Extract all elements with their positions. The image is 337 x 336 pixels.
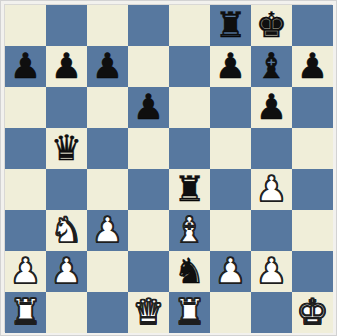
square-g5[interactable] [251, 128, 292, 169]
square-d4[interactable] [128, 169, 169, 210]
square-e2[interactable]: ♞ [169, 251, 210, 292]
square-c7[interactable]: ♟ [87, 46, 128, 87]
square-g3[interactable] [251, 210, 292, 251]
square-b6[interactable] [46, 87, 87, 128]
piece-black-pawn[interactable]: ♟ [215, 46, 246, 87]
square-h4[interactable] [292, 169, 333, 210]
piece-white-pawn[interactable]: ♟ [215, 251, 246, 292]
piece-white-knight[interactable]: ♞ [51, 210, 82, 251]
square-g4[interactable]: ♟ [251, 169, 292, 210]
square-g1[interactable] [251, 292, 292, 333]
square-h1[interactable]: ♚ [292, 292, 333, 333]
piece-black-pawn[interactable]: ♟ [51, 46, 82, 87]
piece-white-pawn[interactable]: ♟ [51, 251, 82, 292]
square-h7[interactable]: ♟ [292, 46, 333, 87]
piece-white-king[interactable]: ♚ [297, 292, 328, 333]
square-a6[interactable] [5, 87, 46, 128]
piece-white-pawn[interactable]: ♟ [10, 251, 41, 292]
piece-white-pawn[interactable]: ♟ [92, 210, 123, 251]
square-f6[interactable] [210, 87, 251, 128]
square-f8[interactable]: ♜ [210, 5, 251, 46]
square-b4[interactable] [46, 169, 87, 210]
piece-black-pawn[interactable]: ♟ [10, 46, 41, 87]
square-g2[interactable]: ♟ [251, 251, 292, 292]
square-b7[interactable]: ♟ [46, 46, 87, 87]
square-a5[interactable] [5, 128, 46, 169]
square-h5[interactable] [292, 128, 333, 169]
square-e5[interactable] [169, 128, 210, 169]
piece-white-rook[interactable]: ♜ [10, 292, 41, 333]
square-h2[interactable] [292, 251, 333, 292]
square-e3[interactable]: ♝ [169, 210, 210, 251]
square-g7[interactable]: ♝ [251, 46, 292, 87]
square-e1[interactable]: ♜ [169, 292, 210, 333]
square-a4[interactable] [5, 169, 46, 210]
piece-white-pawn[interactable]: ♟ [256, 169, 287, 210]
square-f7[interactable]: ♟ [210, 46, 251, 87]
piece-black-rook[interactable]: ♜ [174, 169, 205, 210]
square-b8[interactable] [46, 5, 87, 46]
piece-black-king[interactable]: ♚ [256, 5, 287, 46]
square-g8[interactable]: ♚ [251, 5, 292, 46]
square-e8[interactable] [169, 5, 210, 46]
piece-black-pawn[interactable]: ♟ [297, 46, 328, 87]
square-d2[interactable] [128, 251, 169, 292]
square-c5[interactable] [87, 128, 128, 169]
square-e6[interactable] [169, 87, 210, 128]
square-d7[interactable] [128, 46, 169, 87]
square-a7[interactable]: ♟ [5, 46, 46, 87]
piece-black-pawn[interactable]: ♟ [92, 46, 123, 87]
piece-black-rook[interactable]: ♜ [215, 5, 246, 46]
square-b1[interactable] [46, 292, 87, 333]
square-c1[interactable] [87, 292, 128, 333]
square-b5[interactable]: ♛ [46, 128, 87, 169]
square-c2[interactable] [87, 251, 128, 292]
piece-black-knight[interactable]: ♞ [174, 251, 205, 292]
square-h8[interactable] [292, 5, 333, 46]
square-f5[interactable] [210, 128, 251, 169]
piece-white-queen[interactable]: ♛ [133, 292, 164, 333]
square-c3[interactable]: ♟ [87, 210, 128, 251]
square-b2[interactable]: ♟ [46, 251, 87, 292]
square-d8[interactable] [128, 5, 169, 46]
piece-white-rook[interactable]: ♜ [174, 292, 205, 333]
square-h6[interactable] [292, 87, 333, 128]
square-d1[interactable]: ♛ [128, 292, 169, 333]
piece-white-pawn[interactable]: ♟ [256, 251, 287, 292]
square-f1[interactable] [210, 292, 251, 333]
piece-black-queen[interactable]: ♛ [51, 128, 82, 169]
square-e7[interactable] [169, 46, 210, 87]
piece-white-bishop[interactable]: ♝ [174, 210, 205, 251]
square-f2[interactable]: ♟ [210, 251, 251, 292]
square-d6[interactable]: ♟ [128, 87, 169, 128]
square-f3[interactable] [210, 210, 251, 251]
piece-black-bishop[interactable]: ♝ [256, 46, 287, 87]
square-a2[interactable]: ♟ [5, 251, 46, 292]
square-g6[interactable]: ♟ [251, 87, 292, 128]
square-d3[interactable] [128, 210, 169, 251]
square-e4[interactable]: ♜ [169, 169, 210, 210]
square-a1[interactable]: ♜ [5, 292, 46, 333]
square-c8[interactable] [87, 5, 128, 46]
square-h3[interactable] [292, 210, 333, 251]
square-f4[interactable] [210, 169, 251, 210]
piece-black-pawn[interactable]: ♟ [133, 87, 164, 128]
square-c6[interactable] [87, 87, 128, 128]
square-a3[interactable] [5, 210, 46, 251]
square-c4[interactable] [87, 169, 128, 210]
chessboard-frame: ♜♚♟♟♟♟♝♟♟♟♛♜♟♞♟♝♟♟♞♟♟♜♛♜♚ [0, 0, 337, 336]
square-a8[interactable] [5, 5, 46, 46]
chessboard: ♜♚♟♟♟♟♝♟♟♟♛♜♟♞♟♝♟♟♞♟♟♜♛♜♚ [4, 4, 332, 332]
piece-black-pawn[interactable]: ♟ [256, 87, 287, 128]
square-b3[interactable]: ♞ [46, 210, 87, 251]
square-d5[interactable] [128, 128, 169, 169]
